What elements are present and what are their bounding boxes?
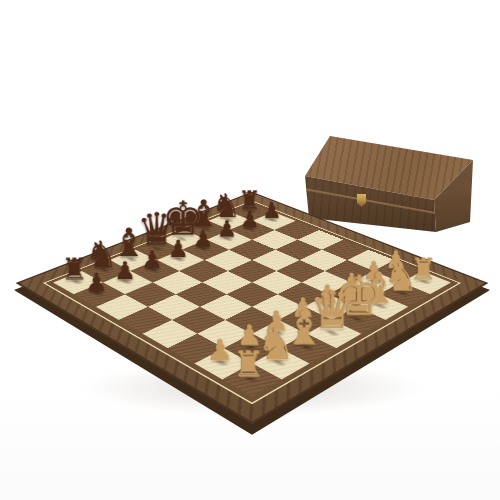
chess-board: ♜♟♟♜♞♟♟♞♝♟♟♝♚♟♟♚♛♟♟♛♝♟♟♝♞♟♟♞♜♟♟♜ xyxy=(85,116,419,450)
piece-black-pawn-a7: ♟ xyxy=(78,270,114,295)
board-inlay-border: ♜♟♟♜♞♟♟♞♝♟♟♝♚♟♟♚♛♟♟♛♝♟♟♝♞♟♟♞♜♟♟♜ xyxy=(43,201,461,405)
chess-board-3d: ♜♟♟♜♞♟♟♞♝♟♟♝♚♟♟♚♛♟♟♛♝♟♟♝♞♟♟♞♜♟♟♜ xyxy=(16,192,489,425)
chess-set-photo: ♜♟♟♜♞♟♟♞♝♟♟♝♚♟♟♚♛♟♟♛♝♟♟♝♞♟♟♞♜♟♟♜ xyxy=(0,0,500,500)
board-frame: ♜♟♟♜♞♟♟♞♝♟♟♝♚♟♟♚♛♟♟♛♝♟♟♝♞♟♟♞♜♟♟♜ xyxy=(16,192,489,425)
square-a5 xyxy=(119,307,172,334)
board-grid: ♜♟♟♜♞♟♟♞♝♟♟♝♚♟♟♚♛♟♟♛♝♟♟♝♞♟♟♞♜♟♟♜ xyxy=(53,203,451,396)
piece-white-rook-a1: ♜ xyxy=(227,346,269,382)
